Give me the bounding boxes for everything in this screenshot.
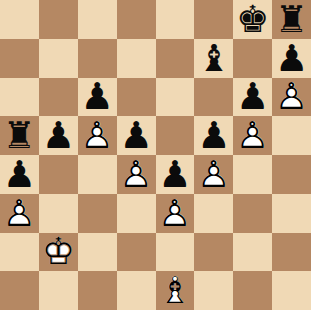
square-c4[interactable] <box>78 155 117 194</box>
square-d3[interactable] <box>117 194 156 233</box>
square-g6[interactable]: ♟ <box>233 78 272 117</box>
square-f3[interactable] <box>194 194 233 233</box>
square-c6[interactable]: ♟ <box>78 78 117 117</box>
square-f8[interactable] <box>194 0 233 39</box>
piece-bP-d5[interactable]: ♟ <box>117 116 156 155</box>
square-b4[interactable] <box>39 155 78 194</box>
piece-wB-e1[interactable]: ♝♗ <box>156 271 195 310</box>
piece-glyph: ♟ <box>156 155 195 194</box>
piece-glyph: ♟ <box>233 78 272 117</box>
square-e4[interactable]: ♟ <box>156 155 195 194</box>
piece-glyph: ♜ <box>272 0 311 39</box>
square-h5[interactable] <box>272 116 311 155</box>
piece-bP-e4[interactable]: ♟ <box>156 155 195 194</box>
chess-board: ♚♜♝♟♟♟♟♙♜♟♟♙♟♟♟♙♟♟♙♟♟♙♟♙♟♙♚♔♝♗ <box>0 0 311 310</box>
square-c3[interactable] <box>78 194 117 233</box>
square-d7[interactable] <box>117 39 156 78</box>
square-a8[interactable] <box>0 0 39 39</box>
square-e8[interactable] <box>156 0 195 39</box>
square-h3[interactable] <box>272 194 311 233</box>
square-b8[interactable] <box>39 0 78 39</box>
square-d1[interactable] <box>117 271 156 310</box>
piece-glyph-outline: ♙ <box>156 194 195 233</box>
piece-glyph: ♚ <box>233 0 272 39</box>
square-d4[interactable]: ♟♙ <box>117 155 156 194</box>
piece-glyph-outline: ♙ <box>78 116 117 155</box>
piece-glyph-outline: ♔ <box>39 233 78 272</box>
square-a7[interactable] <box>0 39 39 78</box>
square-b1[interactable] <box>39 271 78 310</box>
square-e5[interactable] <box>156 116 195 155</box>
piece-bK-g8[interactable]: ♚ <box>233 0 272 39</box>
square-b6[interactable] <box>39 78 78 117</box>
square-a5[interactable]: ♜ <box>0 116 39 155</box>
square-e7[interactable] <box>156 39 195 78</box>
square-g8[interactable]: ♚ <box>233 0 272 39</box>
piece-glyph-outline: ♙ <box>233 116 272 155</box>
square-b2[interactable]: ♚♔ <box>39 233 78 272</box>
square-e3[interactable]: ♟♙ <box>156 194 195 233</box>
piece-bP-g6[interactable]: ♟ <box>233 78 272 117</box>
piece-glyph-outline: ♙ <box>117 155 156 194</box>
square-c2[interactable] <box>78 233 117 272</box>
piece-glyph: ♜ <box>0 116 39 155</box>
square-f7[interactable]: ♝ <box>194 39 233 78</box>
piece-glyph: ♟ <box>117 116 156 155</box>
piece-glyph: ♝ <box>194 39 233 78</box>
square-g7[interactable] <box>233 39 272 78</box>
square-a1[interactable] <box>0 271 39 310</box>
square-b5[interactable]: ♟ <box>39 116 78 155</box>
piece-glyph-outline: ♙ <box>194 155 233 194</box>
square-f4[interactable]: ♟♙ <box>194 155 233 194</box>
square-h4[interactable] <box>272 155 311 194</box>
piece-glyph: ♟ <box>39 116 78 155</box>
piece-wP-e3[interactable]: ♟♙ <box>156 194 195 233</box>
square-c8[interactable] <box>78 0 117 39</box>
piece-glyph: ♟ <box>272 39 311 78</box>
square-e2[interactable] <box>156 233 195 272</box>
square-d5[interactable]: ♟ <box>117 116 156 155</box>
piece-bP-b5[interactable]: ♟ <box>39 116 78 155</box>
piece-bP-f5[interactable]: ♟ <box>194 116 233 155</box>
square-g5[interactable]: ♟♙ <box>233 116 272 155</box>
piece-bP-h7[interactable]: ♟ <box>272 39 311 78</box>
piece-glyph-outline: ♙ <box>272 78 311 117</box>
square-b7[interactable] <box>39 39 78 78</box>
square-f6[interactable] <box>194 78 233 117</box>
piece-wP-g5[interactable]: ♟♙ <box>233 116 272 155</box>
square-e1[interactable]: ♝♗ <box>156 271 195 310</box>
piece-wP-d4[interactable]: ♟♙ <box>117 155 156 194</box>
piece-glyph: ♟ <box>194 116 233 155</box>
piece-bB-f7[interactable]: ♝ <box>194 39 233 78</box>
piece-bR-a5[interactable]: ♜ <box>0 116 39 155</box>
piece-glyph-outline: ♗ <box>156 271 195 310</box>
square-c5[interactable]: ♟♙ <box>78 116 117 155</box>
piece-wP-f4[interactable]: ♟♙ <box>194 155 233 194</box>
square-g4[interactable] <box>233 155 272 194</box>
square-f2[interactable] <box>194 233 233 272</box>
square-a4[interactable]: ♟ <box>0 155 39 194</box>
piece-wP-h6[interactable]: ♟♙ <box>272 78 311 117</box>
square-f1[interactable] <box>194 271 233 310</box>
square-g2[interactable] <box>233 233 272 272</box>
piece-bP-a4[interactable]: ♟ <box>0 155 39 194</box>
square-c7[interactable] <box>78 39 117 78</box>
square-c1[interactable] <box>78 271 117 310</box>
square-a3[interactable]: ♟♙ <box>0 194 39 233</box>
piece-glyph: ♟ <box>78 78 117 117</box>
square-d8[interactable] <box>117 0 156 39</box>
piece-wP-a3[interactable]: ♟♙ <box>0 194 39 233</box>
square-f5[interactable]: ♟ <box>194 116 233 155</box>
square-e6[interactable] <box>156 78 195 117</box>
square-h1[interactable] <box>272 271 311 310</box>
square-d6[interactable] <box>117 78 156 117</box>
square-a6[interactable] <box>0 78 39 117</box>
square-h6[interactable]: ♟♙ <box>272 78 311 117</box>
piece-bP-c6[interactable]: ♟ <box>78 78 117 117</box>
piece-glyph: ♟ <box>0 155 39 194</box>
square-d2[interactable] <box>117 233 156 272</box>
square-h8[interactable]: ♜ <box>272 0 311 39</box>
square-a2[interactable] <box>0 233 39 272</box>
square-h2[interactable] <box>272 233 311 272</box>
piece-wK-b2[interactable]: ♚♔ <box>39 233 78 272</box>
square-b3[interactable] <box>39 194 78 233</box>
piece-wP-c5[interactable]: ♟♙ <box>78 116 117 155</box>
square-g3[interactable] <box>233 194 272 233</box>
square-h7[interactable]: ♟ <box>272 39 311 78</box>
square-g1[interactable] <box>233 271 272 310</box>
piece-bR-h8[interactable]: ♜ <box>272 0 311 39</box>
piece-glyph-outline: ♙ <box>0 194 39 233</box>
